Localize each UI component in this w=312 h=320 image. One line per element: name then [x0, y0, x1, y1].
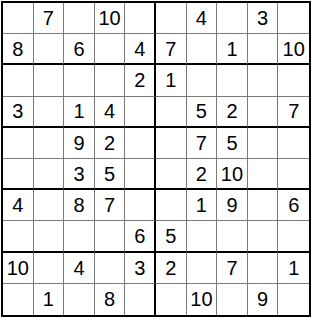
cell-r6c6[interactable]	[156, 159, 187, 190]
cell-r8c1[interactable]	[3, 221, 34, 252]
cell-r4c10[interactable]: 7	[278, 97, 309, 128]
cell-r10c10[interactable]	[278, 284, 309, 315]
cell-r9c3[interactable]: 4	[64, 253, 95, 284]
cell-r2c4[interactable]	[95, 34, 126, 65]
cell-r4c5[interactable]	[125, 97, 156, 128]
cell-r2c6[interactable]: 7	[156, 34, 187, 65]
cell-r2c5[interactable]: 4	[125, 34, 156, 65]
cell-r7c2[interactable]	[34, 190, 65, 221]
cell-r1c1[interactable]	[3, 3, 34, 34]
cell-r2c7[interactable]	[187, 34, 218, 65]
cell-r7c4[interactable]: 7	[95, 190, 126, 221]
cell-r10c6[interactable]	[156, 284, 187, 315]
cell-r3c5[interactable]: 2	[125, 65, 156, 96]
cell-r9c8[interactable]: 7	[217, 253, 248, 284]
cell-r1c7[interactable]: 4	[187, 3, 218, 34]
cell-r8c8[interactable]	[217, 221, 248, 252]
cell-r1c10[interactable]	[278, 3, 309, 34]
cell-r9c2[interactable]	[34, 253, 65, 284]
cell-r6c3[interactable]: 3	[64, 159, 95, 190]
cell-r6c9[interactable]	[248, 159, 279, 190]
cell-r6c5[interactable]	[125, 159, 156, 190]
cell-r7c8[interactable]: 9	[217, 190, 248, 221]
cell-r5c8[interactable]: 5	[217, 128, 248, 159]
cell-r6c1[interactable]	[3, 159, 34, 190]
cell-r3c3[interactable]	[64, 65, 95, 96]
cell-r1c2[interactable]: 7	[34, 3, 65, 34]
cell-r6c8[interactable]: 10	[217, 159, 248, 190]
cell-r6c2[interactable]	[34, 159, 65, 190]
cell-r1c6[interactable]	[156, 3, 187, 34]
cell-r8c5[interactable]: 6	[125, 221, 156, 252]
cell-r4c6[interactable]	[156, 97, 187, 128]
cell-r1c5[interactable]	[125, 3, 156, 34]
cell-r3c1[interactable]	[3, 65, 34, 96]
cell-r6c7[interactable]: 2	[187, 159, 218, 190]
cell-r8c3[interactable]	[64, 221, 95, 252]
cell-r7c7[interactable]: 1	[187, 190, 218, 221]
cell-r3c6[interactable]: 1	[156, 65, 187, 96]
cell-r5c7[interactable]: 7	[187, 128, 218, 159]
cell-r8c4[interactable]	[95, 221, 126, 252]
cell-r9c9[interactable]	[248, 253, 279, 284]
cell-r6c4[interactable]: 5	[95, 159, 126, 190]
cell-r4c1[interactable]: 3	[3, 97, 34, 128]
cell-r5c3[interactable]: 9	[64, 128, 95, 159]
cell-r2c1[interactable]: 8	[3, 34, 34, 65]
cell-r4c8[interactable]: 2	[217, 97, 248, 128]
cell-r10c4[interactable]: 8	[95, 284, 126, 315]
cell-r3c4[interactable]	[95, 65, 126, 96]
cell-r4c3[interactable]: 1	[64, 97, 95, 128]
cell-r5c2[interactable]	[34, 128, 65, 159]
cell-r7c6[interactable]	[156, 190, 187, 221]
cell-r10c7[interactable]: 10	[187, 284, 218, 315]
cell-r2c2[interactable]	[34, 34, 65, 65]
cell-r10c9[interactable]: 9	[248, 284, 279, 315]
cell-r1c9[interactable]: 3	[248, 3, 279, 34]
cell-r5c6[interactable]	[156, 128, 187, 159]
cell-r7c3[interactable]: 8	[64, 190, 95, 221]
cell-r1c3[interactable]	[64, 3, 95, 34]
cell-r9c6[interactable]: 2	[156, 253, 187, 284]
cell-r3c7[interactable]	[187, 65, 218, 96]
cell-r10c1[interactable]	[3, 284, 34, 315]
cell-r7c1[interactable]: 4	[3, 190, 34, 221]
cell-r2c10[interactable]: 10	[278, 34, 309, 65]
cell-r2c8[interactable]: 1	[217, 34, 248, 65]
cell-r5c5[interactable]	[125, 128, 156, 159]
cell-r4c9[interactable]	[248, 97, 279, 128]
cell-r9c1[interactable]: 10	[3, 253, 34, 284]
cell-r3c2[interactable]	[34, 65, 65, 96]
cell-r10c2[interactable]: 1	[34, 284, 65, 315]
cell-r8c6[interactable]: 5	[156, 221, 187, 252]
cell-r2c3[interactable]: 6	[64, 34, 95, 65]
cell-r7c9[interactable]	[248, 190, 279, 221]
cell-r2c9[interactable]	[248, 34, 279, 65]
cell-r10c5[interactable]	[125, 284, 156, 315]
cell-r1c8[interactable]	[217, 3, 248, 34]
cell-r3c10[interactable]	[278, 65, 309, 96]
cell-r5c10[interactable]	[278, 128, 309, 159]
cell-r10c3[interactable]	[64, 284, 95, 315]
cell-r7c10[interactable]: 6	[278, 190, 309, 221]
sudoku-board: 7104386471102131452792753521048719665104…	[1, 1, 311, 317]
cell-r7c5[interactable]	[125, 190, 156, 221]
cell-r5c1[interactable]	[3, 128, 34, 159]
cell-r3c8[interactable]	[217, 65, 248, 96]
cell-r5c9[interactable]	[248, 128, 279, 159]
cell-r6c10[interactable]	[278, 159, 309, 190]
cell-r4c7[interactable]: 5	[187, 97, 218, 128]
cell-r8c9[interactable]	[248, 221, 279, 252]
cell-r8c10[interactable]	[278, 221, 309, 252]
cell-r8c7[interactable]	[187, 221, 218, 252]
cell-r10c8[interactable]	[217, 284, 248, 315]
cell-r5c4[interactable]: 2	[95, 128, 126, 159]
cell-r4c4[interactable]: 4	[95, 97, 126, 128]
cell-r9c10[interactable]: 1	[278, 253, 309, 284]
cell-r9c7[interactable]	[187, 253, 218, 284]
cell-r9c4[interactable]	[95, 253, 126, 284]
cell-r9c5[interactable]: 3	[125, 253, 156, 284]
cell-r4c2[interactable]	[34, 97, 65, 128]
cell-r3c9[interactable]	[248, 65, 279, 96]
cell-r1c4[interactable]: 10	[95, 3, 126, 34]
cell-r8c2[interactable]	[34, 221, 65, 252]
